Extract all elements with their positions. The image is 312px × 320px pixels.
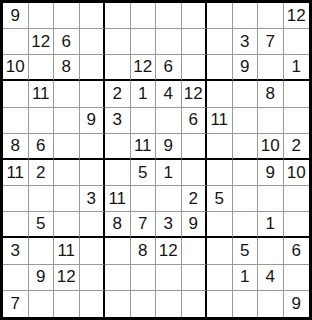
cell-r11c4[interactable]	[80, 265, 106, 291]
cell-r2c4[interactable]	[80, 29, 106, 55]
cell-r6c12[interactable]: 2	[284, 134, 310, 160]
cell-r4c10[interactable]	[233, 81, 259, 107]
cell-r7c11[interactable]: 9	[258, 160, 284, 186]
cell-r9c2[interactable]: 5	[29, 212, 55, 238]
cell-r1c12[interactable]: 12	[284, 3, 310, 29]
cell-r10c11[interactable]	[258, 238, 284, 264]
cell-r5c1[interactable]	[3, 108, 29, 134]
cell-r7c9[interactable]	[207, 160, 233, 186]
cell-r11c9[interactable]	[207, 265, 233, 291]
cell-r4c12[interactable]	[284, 81, 310, 107]
cell-r2c3[interactable]: 6	[54, 29, 80, 55]
cell-r8c4[interactable]: 3	[80, 186, 106, 212]
cell-r4c9[interactable]	[207, 81, 233, 107]
cell-r4c6[interactable]: 1	[131, 81, 157, 107]
cell-r6c9[interactable]	[207, 134, 233, 160]
cell-r6c1[interactable]: 8	[3, 134, 29, 160]
cell-r3c5[interactable]	[105, 55, 131, 81]
cell-r1c6[interactable]	[131, 3, 157, 29]
cell-r8c1[interactable]	[3, 186, 29, 212]
cell-r10c5[interactable]	[105, 238, 131, 264]
cell-r10c3[interactable]: 11	[54, 238, 80, 264]
cell-r5c5[interactable]: 3	[105, 108, 131, 134]
cell-r9c9[interactable]	[207, 212, 233, 238]
cell-r4c8[interactable]: 12	[182, 81, 208, 107]
cell-r7c2[interactable]: 2	[29, 160, 55, 186]
cell-r5c7[interactable]	[156, 108, 182, 134]
cell-r9c5[interactable]: 8	[105, 212, 131, 238]
cell-r7c10[interactable]	[233, 160, 259, 186]
cell-r3c8[interactable]	[182, 55, 208, 81]
cell-r5c6[interactable]	[131, 108, 157, 134]
cell-r5c3[interactable]	[54, 108, 80, 134]
cell-r7c6[interactable]: 5	[131, 160, 157, 186]
cell-r3c10[interactable]: 9	[233, 55, 259, 81]
cell-r5c2[interactable]	[29, 108, 55, 134]
cell-r6c10[interactable]	[233, 134, 259, 160]
cell-r2c5[interactable]	[105, 29, 131, 55]
cell-r6c4[interactable]	[80, 134, 106, 160]
cell-r5c4[interactable]: 9	[80, 108, 106, 134]
cell-r2c10[interactable]: 3	[233, 29, 259, 55]
cell-r9c3[interactable]	[54, 212, 80, 238]
sudoku-board: 9121263710812691112141289361186119102112…	[0, 0, 312, 320]
cell-r1c1[interactable]: 9	[3, 3, 29, 29]
cell-r4c3[interactable]	[54, 81, 80, 107]
cell-r3c1[interactable]: 10	[3, 55, 29, 81]
cell-r6c8[interactable]	[182, 134, 208, 160]
cell-r10c6[interactable]: 8	[131, 238, 157, 264]
cell-r3c7[interactable]: 6	[156, 55, 182, 81]
cell-r5c11[interactable]	[258, 108, 284, 134]
cell-r2c11[interactable]: 7	[258, 29, 284, 55]
cell-r6c11[interactable]: 10	[258, 134, 284, 160]
cell-r1c7[interactable]	[156, 3, 182, 29]
cell-r6c3[interactable]	[54, 134, 80, 160]
cell-r10c4[interactable]	[80, 238, 106, 264]
cell-r3c11[interactable]	[258, 55, 284, 81]
cell-r11c11[interactable]: 4	[258, 265, 284, 291]
cell-r9c6[interactable]: 7	[131, 212, 157, 238]
cell-r5c12[interactable]	[284, 108, 310, 134]
cell-r12c7[interactable]	[156, 291, 182, 317]
cell-r9c1[interactable]	[3, 212, 29, 238]
cell-r9c11[interactable]: 1	[258, 212, 284, 238]
cell-r10c12[interactable]: 6	[284, 238, 310, 264]
cell-r4c5[interactable]: 2	[105, 81, 131, 107]
cell-r4c1[interactable]	[3, 81, 29, 107]
cell-r9c4[interactable]	[80, 212, 106, 238]
cell-r4c2[interactable]: 11	[29, 81, 55, 107]
cell-r7c5[interactable]	[105, 160, 131, 186]
cell-r12c4[interactable]	[80, 291, 106, 317]
cell-r8c2[interactable]	[29, 186, 55, 212]
cell-r11c5[interactable]	[105, 265, 131, 291]
cell-r2c12[interactable]	[284, 29, 310, 55]
cell-r2c7[interactable]	[156, 29, 182, 55]
cell-r12c6[interactable]	[131, 291, 157, 317]
cell-r1c9[interactable]	[207, 3, 233, 29]
cell-r9c10[interactable]	[233, 212, 259, 238]
cell-r3c2[interactable]	[29, 55, 55, 81]
cell-r11c6[interactable]	[131, 265, 157, 291]
cell-r11c7[interactable]	[156, 265, 182, 291]
cell-r10c10[interactable]: 5	[233, 238, 259, 264]
cell-r12c5[interactable]	[105, 291, 131, 317]
cell-r10c1[interactable]: 3	[3, 238, 29, 264]
cell-r8c7[interactable]	[156, 186, 182, 212]
cell-r12c2[interactable]	[29, 291, 55, 317]
cell-r4c4[interactable]	[80, 81, 106, 107]
cell-r11c12[interactable]	[284, 265, 310, 291]
cell-r7c8[interactable]	[182, 160, 208, 186]
cell-r6c5[interactable]	[105, 134, 131, 160]
cell-r12c12[interactable]: 9	[284, 291, 310, 317]
cell-r8c3[interactable]	[54, 186, 80, 212]
cell-r9c8[interactable]: 9	[182, 212, 208, 238]
cell-r12c3[interactable]	[54, 291, 80, 317]
cell-r8c8[interactable]: 2	[182, 186, 208, 212]
cell-r4c11[interactable]: 8	[258, 81, 284, 107]
cell-r2c6[interactable]	[131, 29, 157, 55]
cell-r2c1[interactable]	[3, 29, 29, 55]
cell-r1c3[interactable]	[54, 3, 80, 29]
cell-r9c12[interactable]	[284, 212, 310, 238]
cell-r6c2[interactable]: 6	[29, 134, 55, 160]
cell-r2c9[interactable]	[207, 29, 233, 55]
cell-r6c7[interactable]: 9	[156, 134, 182, 160]
cell-r12c9[interactable]	[207, 291, 233, 317]
cell-r7c4[interactable]	[80, 160, 106, 186]
cell-r3c4[interactable]	[80, 55, 106, 81]
cell-r9c7[interactable]: 3	[156, 212, 182, 238]
cell-r1c5[interactable]	[105, 3, 131, 29]
cell-r11c8[interactable]	[182, 265, 208, 291]
cell-r5c9[interactable]: 11	[207, 108, 233, 134]
cell-r2c2[interactable]: 12	[29, 29, 55, 55]
cell-r7c1[interactable]: 11	[3, 160, 29, 186]
cell-r7c12[interactable]: 10	[284, 160, 310, 186]
cell-r11c3[interactable]: 12	[54, 265, 80, 291]
cell-r1c8[interactable]	[182, 3, 208, 29]
cell-r10c2[interactable]	[29, 238, 55, 264]
cell-r11c2[interactable]: 9	[29, 265, 55, 291]
cell-r3c3[interactable]: 8	[54, 55, 80, 81]
cell-r6c6[interactable]: 11	[131, 134, 157, 160]
cell-r12c1[interactable]: 7	[3, 291, 29, 317]
cell-r5c10[interactable]	[233, 108, 259, 134]
cell-r4c7[interactable]: 4	[156, 81, 182, 107]
cell-r12c11[interactable]	[258, 291, 284, 317]
cell-r2c8[interactable]	[182, 29, 208, 55]
cell-r3c9[interactable]	[207, 55, 233, 81]
cell-r12c10[interactable]	[233, 291, 259, 317]
cell-r8c12[interactable]	[284, 186, 310, 212]
cell-r1c10[interactable]	[233, 3, 259, 29]
cell-r11c1[interactable]	[3, 265, 29, 291]
cell-r8c11[interactable]	[258, 186, 284, 212]
cell-r8c6[interactable]	[131, 186, 157, 212]
cell-r11c10[interactable]: 1	[233, 265, 259, 291]
cell-r10c8[interactable]	[182, 238, 208, 264]
cell-r12c8[interactable]	[182, 291, 208, 317]
cell-r3c12[interactable]: 1	[284, 55, 310, 81]
cell-r8c9[interactable]: 5	[207, 186, 233, 212]
cell-r8c5[interactable]: 11	[105, 186, 131, 212]
cell-r1c2[interactable]	[29, 3, 55, 29]
cell-r8c10[interactable]	[233, 186, 259, 212]
cell-r1c11[interactable]	[258, 3, 284, 29]
cell-r10c7[interactable]: 12	[156, 238, 182, 264]
cell-r5c8[interactable]: 6	[182, 108, 208, 134]
cell-r3c6[interactable]: 12	[131, 55, 157, 81]
cell-r10c9[interactable]	[207, 238, 233, 264]
cell-r7c3[interactable]	[54, 160, 80, 186]
cell-r1c4[interactable]	[80, 3, 106, 29]
cell-r7c7[interactable]: 1	[156, 160, 182, 186]
